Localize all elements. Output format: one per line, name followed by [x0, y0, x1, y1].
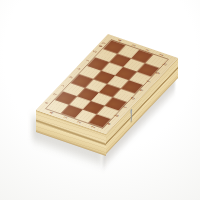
- product-photo: abcdefgh abcdefgh 4321 4321 ♞: [0, 0, 200, 200]
- clasp-hook: [131, 111, 132, 122]
- clasp-latch-icon: [130, 108, 133, 125]
